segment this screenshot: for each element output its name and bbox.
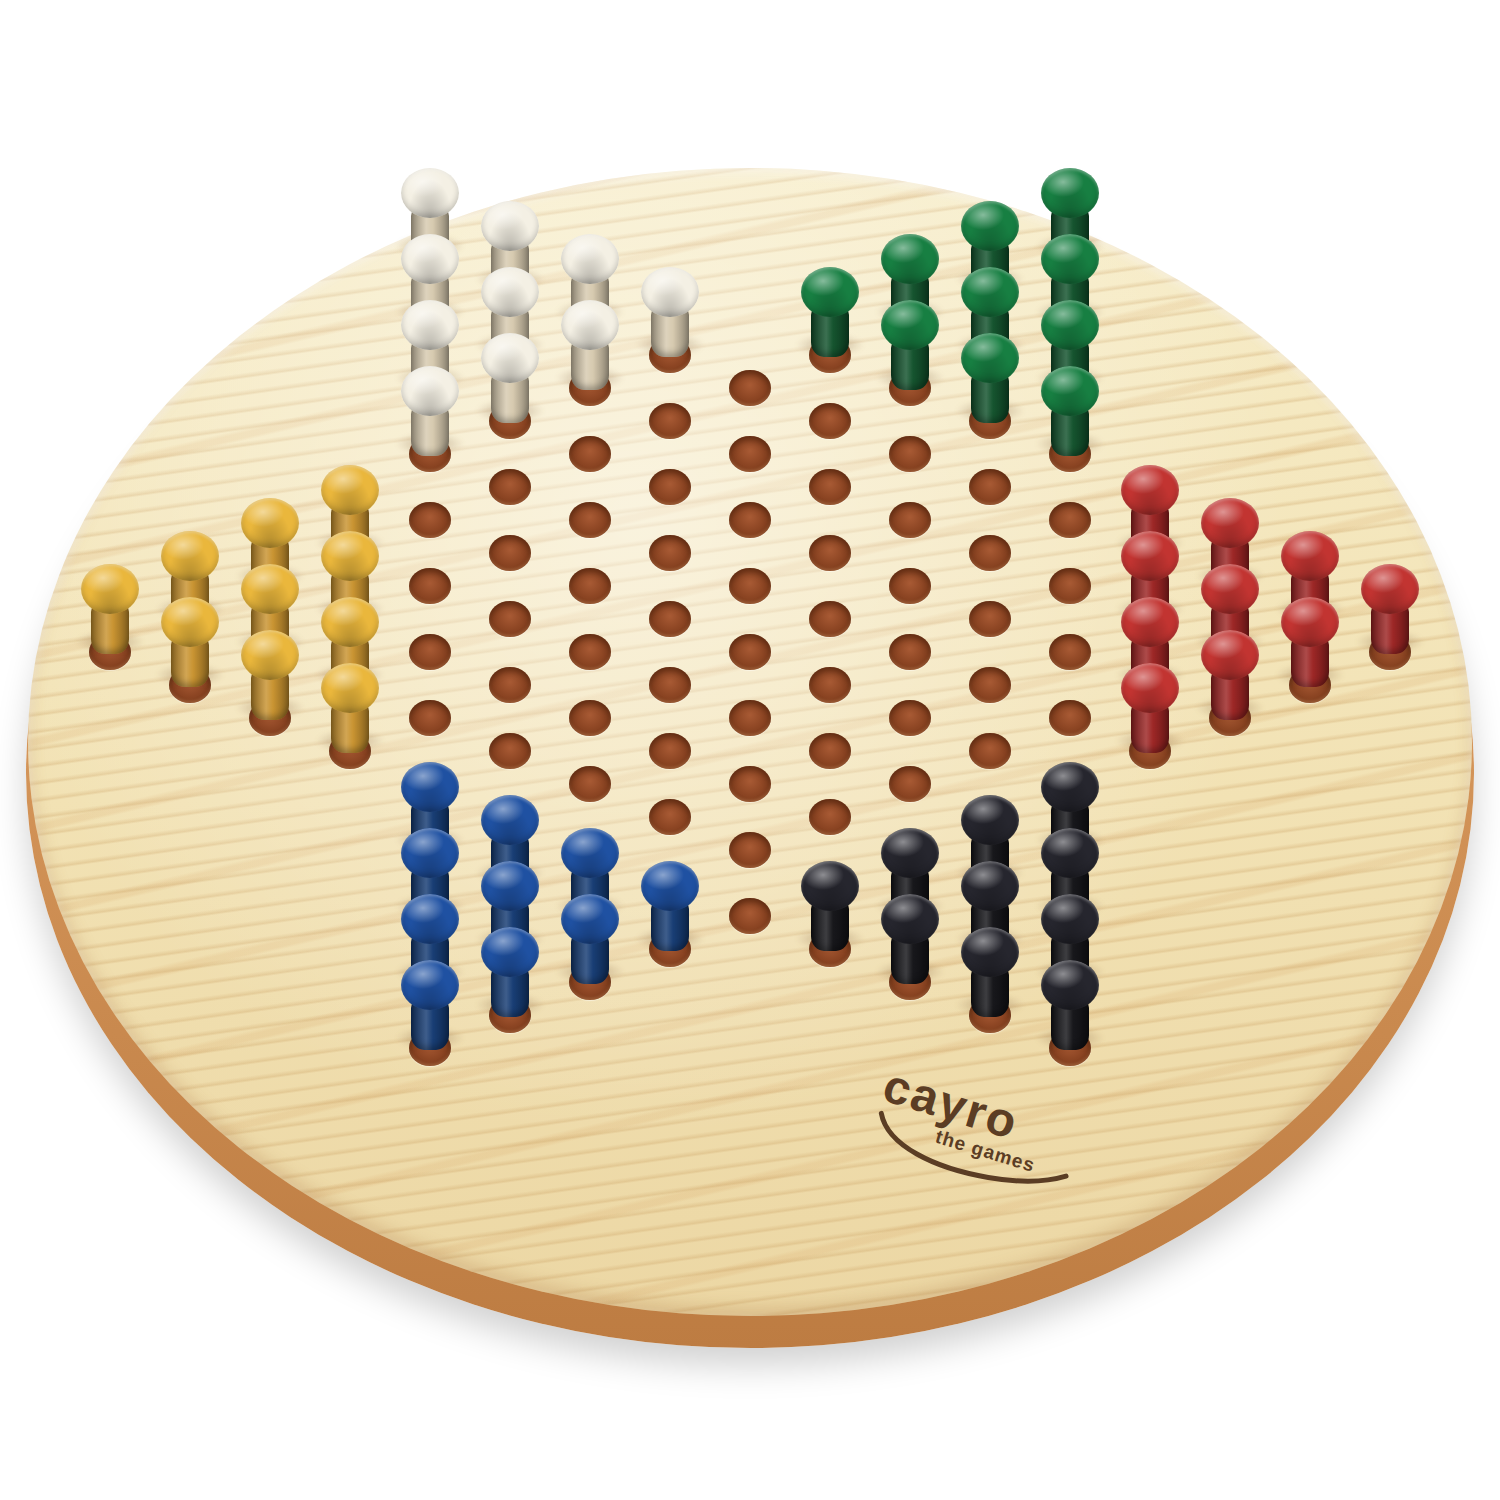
- peg-red[interactable]: [1281, 597, 1339, 693]
- peg-head: [321, 597, 379, 647]
- peg-green[interactable]: [881, 300, 939, 396]
- peg-blue[interactable]: [401, 960, 459, 1056]
- hole[interactable]: [569, 700, 611, 736]
- hole[interactable]: [649, 799, 691, 835]
- peg-head: [401, 300, 459, 350]
- peg-head: [1041, 828, 1099, 878]
- hole[interactable]: [809, 535, 851, 571]
- chinese-checkers-board-photo: cayro the games: [0, 0, 1500, 1500]
- hole[interactable]: [889, 700, 931, 736]
- board-surface: [28, 168, 1472, 1316]
- peg-head: [961, 861, 1019, 911]
- peg-yellow[interactable]: [161, 597, 219, 693]
- peg-black[interactable]: [961, 927, 1019, 1023]
- peg-head: [241, 564, 299, 614]
- hole[interactable]: [809, 799, 851, 835]
- hole[interactable]: [729, 766, 771, 802]
- peg-head: [321, 465, 379, 515]
- peg-head: [481, 333, 539, 383]
- peg-head: [481, 861, 539, 911]
- hole[interactable]: [569, 568, 611, 604]
- peg-head: [401, 168, 459, 218]
- hole[interactable]: [729, 568, 771, 604]
- peg-head: [1201, 564, 1259, 614]
- hole[interactable]: [809, 403, 851, 439]
- peg-green[interactable]: [1041, 366, 1099, 462]
- peg-red[interactable]: [1361, 564, 1419, 660]
- hole[interactable]: [649, 667, 691, 703]
- hole[interactable]: [729, 700, 771, 736]
- peg-yellow[interactable]: [321, 663, 379, 759]
- peg-head: [401, 762, 459, 812]
- peg-yellow[interactable]: [241, 630, 299, 726]
- peg-head: [1281, 531, 1339, 581]
- peg-black[interactable]: [801, 861, 859, 957]
- peg-head: [401, 894, 459, 944]
- peg-yellow[interactable]: [81, 564, 139, 660]
- peg-head: [561, 894, 619, 944]
- hole[interactable]: [729, 832, 771, 868]
- hole[interactable]: [649, 733, 691, 769]
- hole[interactable]: [409, 634, 451, 670]
- peg-head: [1121, 597, 1179, 647]
- peg-head: [1121, 531, 1179, 581]
- hole[interactable]: [1049, 634, 1091, 670]
- peg-head: [961, 267, 1019, 317]
- peg-white[interactable]: [641, 267, 699, 363]
- hole[interactable]: [889, 436, 931, 472]
- hole[interactable]: [489, 667, 531, 703]
- hole[interactable]: [729, 898, 771, 934]
- hole[interactable]: [489, 535, 531, 571]
- hole[interactable]: [729, 370, 771, 406]
- peg-head: [561, 828, 619, 878]
- peg-head: [241, 498, 299, 548]
- peg-head: [641, 267, 699, 317]
- peg-head: [1041, 894, 1099, 944]
- hole[interactable]: [409, 568, 451, 604]
- hole[interactable]: [569, 436, 611, 472]
- peg-white[interactable]: [561, 300, 619, 396]
- peg-head: [1041, 960, 1099, 1010]
- peg-head: [241, 630, 299, 680]
- hole[interactable]: [809, 469, 851, 505]
- peg-head: [1041, 762, 1099, 812]
- peg-head: [801, 861, 859, 911]
- peg-green[interactable]: [961, 333, 1019, 429]
- hole[interactable]: [969, 535, 1011, 571]
- peg-head: [881, 300, 939, 350]
- peg-blue[interactable]: [561, 894, 619, 990]
- peg-head: [161, 531, 219, 581]
- peg-head: [81, 564, 139, 614]
- peg-head: [401, 234, 459, 284]
- peg-head: [401, 960, 459, 1010]
- peg-head: [561, 234, 619, 284]
- peg-head: [881, 234, 939, 284]
- hole[interactable]: [649, 601, 691, 637]
- hole[interactable]: [569, 766, 611, 802]
- hole[interactable]: [649, 535, 691, 571]
- hole[interactable]: [889, 766, 931, 802]
- hole[interactable]: [729, 436, 771, 472]
- peg-head: [1281, 597, 1339, 647]
- peg-head: [1201, 498, 1259, 548]
- peg-head: [1201, 630, 1259, 680]
- hole[interactable]: [1049, 568, 1091, 604]
- hole[interactable]: [729, 502, 771, 538]
- hole[interactable]: [1049, 502, 1091, 538]
- peg-head: [1041, 234, 1099, 284]
- peg-red[interactable]: [1201, 630, 1259, 726]
- hole[interactable]: [809, 733, 851, 769]
- peg-head: [961, 795, 1019, 845]
- hole[interactable]: [889, 502, 931, 538]
- peg-head: [1041, 366, 1099, 416]
- peg-head: [961, 927, 1019, 977]
- peg-head: [1121, 663, 1179, 713]
- hole[interactable]: [649, 403, 691, 439]
- peg-head: [401, 366, 459, 416]
- peg-white[interactable]: [481, 333, 539, 429]
- hole[interactable]: [409, 502, 451, 538]
- peg-head: [1121, 465, 1179, 515]
- hole[interactable]: [809, 601, 851, 637]
- hole[interactable]: [969, 667, 1011, 703]
- peg-head: [561, 300, 619, 350]
- hole[interactable]: [809, 667, 851, 703]
- hole[interactable]: [569, 502, 611, 538]
- peg-head: [881, 894, 939, 944]
- peg-head: [801, 267, 859, 317]
- hole[interactable]: [1049, 700, 1091, 736]
- hole[interactable]: [489, 733, 531, 769]
- peg-head: [1361, 564, 1419, 614]
- peg-head: [1041, 168, 1099, 218]
- peg-head: [321, 531, 379, 581]
- hole[interactable]: [889, 568, 931, 604]
- peg-head: [641, 861, 699, 911]
- peg-head: [881, 828, 939, 878]
- peg-head: [961, 333, 1019, 383]
- peg-head: [161, 597, 219, 647]
- hole[interactable]: [969, 469, 1011, 505]
- hole[interactable]: [649, 469, 691, 505]
- peg-head: [481, 201, 539, 251]
- hole[interactable]: [489, 469, 531, 505]
- peg-head: [321, 663, 379, 713]
- hole[interactable]: [889, 634, 931, 670]
- hole[interactable]: [409, 700, 451, 736]
- hole[interactable]: [729, 634, 771, 670]
- peg-black[interactable]: [881, 894, 939, 990]
- hole[interactable]: [969, 733, 1011, 769]
- peg-blue[interactable]: [641, 861, 699, 957]
- hole[interactable]: [569, 634, 611, 670]
- peg-head: [481, 267, 539, 317]
- peg-blue[interactable]: [481, 927, 539, 1023]
- peg-green[interactable]: [801, 267, 859, 363]
- peg-head: [481, 927, 539, 977]
- hole[interactable]: [489, 601, 531, 637]
- peg-white[interactable]: [401, 366, 459, 462]
- peg-head: [481, 795, 539, 845]
- peg-head: [401, 828, 459, 878]
- peg-head: [1041, 300, 1099, 350]
- hole[interactable]: [969, 601, 1011, 637]
- peg-head: [961, 201, 1019, 251]
- peg-black[interactable]: [1041, 960, 1099, 1056]
- peg-red[interactable]: [1121, 663, 1179, 759]
